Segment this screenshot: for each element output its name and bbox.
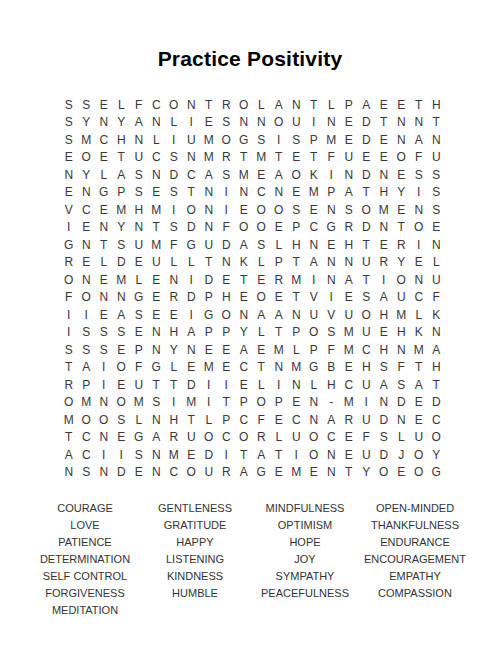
grid-cell[interactable]: V <box>60 201 78 219</box>
grid-cell[interactable]: T <box>183 411 201 429</box>
grid-cell[interactable]: N <box>393 114 411 132</box>
grid-cell[interactable]: I <box>183 114 201 132</box>
grid-cell[interactable]: G <box>148 359 166 377</box>
grid-cell[interactable]: M <box>78 131 96 149</box>
grid-cell[interactable]: I <box>95 359 113 377</box>
grid-cell[interactable]: T <box>375 114 393 132</box>
grid-cell[interactable]: I <box>165 201 183 219</box>
grid-cell[interactable]: Y <box>393 254 411 272</box>
grid-cell[interactable]: A <box>270 166 288 184</box>
grid-cell[interactable]: O <box>253 201 271 219</box>
grid-cell[interactable]: H <box>428 359 446 377</box>
grid-cell[interactable]: P <box>340 96 358 114</box>
grid-cell[interactable]: L <box>270 429 288 447</box>
grid-cell[interactable]: F <box>393 359 411 377</box>
grid-cell[interactable]: T <box>183 184 201 202</box>
grid-cell[interactable]: E <box>218 359 236 377</box>
grid-cell[interactable]: E <box>95 149 113 167</box>
grid-cell[interactable]: O <box>60 271 78 289</box>
grid-cell[interactable]: E <box>375 131 393 149</box>
grid-cell[interactable]: T <box>358 184 376 202</box>
grid-cell[interactable]: F <box>60 289 78 307</box>
grid-cell[interactable]: D <box>113 464 131 482</box>
grid-cell[interactable]: O <box>60 394 78 412</box>
grid-cell[interactable]: K <box>235 254 253 272</box>
grid-cell[interactable]: N <box>95 219 113 237</box>
grid-cell[interactable]: A <box>235 341 253 359</box>
grid-cell[interactable]: U <box>358 254 376 272</box>
grid-cell[interactable]: L <box>165 254 183 272</box>
grid-cell[interactable]: Y <box>78 114 96 132</box>
grid-cell[interactable]: G <box>183 236 201 254</box>
grid-cell[interactable]: V <box>305 289 323 307</box>
grid-cell[interactable]: I <box>305 114 323 132</box>
grid-cell[interactable]: N <box>148 341 166 359</box>
grid-cell[interactable]: U <box>288 429 306 447</box>
grid-cell[interactable]: N <box>270 359 288 377</box>
grid-cell[interactable]: S <box>375 429 393 447</box>
grid-cell[interactable]: N <box>95 394 113 412</box>
grid-cell[interactable]: E <box>235 201 253 219</box>
grid-cell[interactable]: L <box>393 429 411 447</box>
grid-cell[interactable]: S <box>165 184 183 202</box>
grid-cell[interactable]: T <box>410 96 428 114</box>
grid-cell[interactable]: S <box>375 359 393 377</box>
grid-cell[interactable]: E <box>183 359 201 377</box>
grid-cell[interactable]: O <box>78 411 96 429</box>
grid-cell[interactable]: L <box>113 96 131 114</box>
grid-cell[interactable]: M <box>148 201 166 219</box>
grid-cell[interactable]: E <box>410 411 428 429</box>
grid-cell[interactable]: E <box>340 289 358 307</box>
grid-cell[interactable]: T <box>410 359 428 377</box>
grid-cell[interactable]: M <box>165 446 183 464</box>
grid-cell[interactable]: N <box>183 341 201 359</box>
grid-cell[interactable]: P <box>270 254 288 272</box>
grid-cell[interactable]: I <box>78 306 96 324</box>
grid-cell[interactable]: A <box>60 446 78 464</box>
grid-cell[interactable]: E <box>165 306 183 324</box>
grid-cell[interactable]: O <box>253 394 271 412</box>
grid-cell[interactable]: T <box>113 149 131 167</box>
grid-cell[interactable]: T <box>165 376 183 394</box>
grid-cell[interactable]: A <box>375 289 393 307</box>
grid-cell[interactable]: R <box>340 219 358 237</box>
grid-cell[interactable]: O <box>410 464 428 482</box>
grid-cell[interactable]: I <box>410 184 428 202</box>
grid-cell[interactable]: H <box>113 131 131 149</box>
grid-cell[interactable]: E <box>340 429 358 447</box>
grid-cell[interactable]: N <box>340 254 358 272</box>
grid-cell[interactable]: N <box>375 219 393 237</box>
grid-cell[interactable]: L <box>165 114 183 132</box>
grid-cell[interactable]: S <box>253 236 271 254</box>
grid-cell[interactable]: A <box>78 359 96 377</box>
grid-cell[interactable]: G <box>305 359 323 377</box>
grid-cell[interactable]: N <box>200 201 218 219</box>
grid-cell[interactable]: C <box>78 446 96 464</box>
grid-cell[interactable]: C <box>183 166 201 184</box>
grid-cell[interactable]: G <box>200 306 218 324</box>
grid-cell[interactable]: A <box>113 306 131 324</box>
grid-cell[interactable]: N <box>235 306 253 324</box>
grid-cell[interactable]: I <box>60 324 78 342</box>
grid-cell[interactable]: U <box>358 446 376 464</box>
grid-cell[interactable]: I <box>410 236 428 254</box>
grid-cell[interactable]: N <box>95 429 113 447</box>
grid-cell[interactable]: T <box>235 446 253 464</box>
grid-cell[interactable]: M <box>288 464 306 482</box>
grid-cell[interactable]: N <box>375 394 393 412</box>
grid-cell[interactable]: E <box>113 429 131 447</box>
grid-cell[interactable]: S <box>288 131 306 149</box>
grid-cell[interactable]: G <box>130 429 148 447</box>
grid-cell[interactable]: E <box>288 184 306 202</box>
grid-cell[interactable]: U <box>130 236 148 254</box>
grid-cell[interactable]: U <box>130 376 148 394</box>
grid-cell[interactable]: N <box>200 219 218 237</box>
grid-cell[interactable]: M <box>410 341 428 359</box>
grid-cell[interactable]: F <box>165 236 183 254</box>
grid-cell[interactable]: F <box>323 341 341 359</box>
grid-cell[interactable]: R <box>218 464 236 482</box>
grid-cell[interactable]: I <box>60 219 78 237</box>
grid-cell[interactable]: E <box>113 341 131 359</box>
grid-cell[interactable]: P <box>235 394 253 412</box>
grid-cell[interactable]: L <box>95 166 113 184</box>
grid-cell[interactable]: O <box>183 201 201 219</box>
grid-cell[interactable]: T <box>288 254 306 272</box>
grid-cell[interactable]: H <box>130 201 148 219</box>
grid-cell[interactable]: E <box>253 166 271 184</box>
grid-cell[interactable]: M <box>270 341 288 359</box>
grid-cell[interactable]: T <box>305 96 323 114</box>
grid-cell[interactable]: R <box>218 149 236 167</box>
grid-cell[interactable]: S <box>95 324 113 342</box>
grid-cell[interactable]: E <box>218 341 236 359</box>
grid-cell[interactable]: P <box>113 184 131 202</box>
grid-cell[interactable]: H <box>375 341 393 359</box>
grid-cell[interactable]: I <box>218 376 236 394</box>
grid-cell[interactable]: N <box>375 166 393 184</box>
grid-cell[interactable]: S <box>410 166 428 184</box>
grid-cell[interactable]: O <box>78 289 96 307</box>
grid-cell[interactable]: A <box>130 114 148 132</box>
grid-cell[interactable]: K <box>305 166 323 184</box>
grid-cell[interactable]: C <box>95 131 113 149</box>
grid-cell[interactable]: S <box>78 464 96 482</box>
grid-cell[interactable]: M <box>305 184 323 202</box>
grid-cell[interactable]: N <box>393 341 411 359</box>
grid-cell[interactable]: S <box>218 114 236 132</box>
grid-cell[interactable]: S <box>78 341 96 359</box>
grid-cell[interactable]: O <box>358 306 376 324</box>
grid-cell[interactable]: O <box>375 464 393 482</box>
grid-cell[interactable]: L <box>253 324 271 342</box>
grid-cell[interactable]: V <box>323 306 341 324</box>
grid-cell[interactable]: N <box>393 131 411 149</box>
grid-cell[interactable]: M <box>148 236 166 254</box>
grid-cell[interactable]: A <box>270 306 288 324</box>
grid-cell[interactable]: E <box>340 359 358 377</box>
grid-cell[interactable]: S <box>60 131 78 149</box>
grid-cell[interactable]: M <box>200 131 218 149</box>
grid-cell[interactable]: L <box>200 411 218 429</box>
grid-cell[interactable]: E <box>130 254 148 272</box>
grid-cell[interactable]: T <box>200 254 218 272</box>
grid-cell[interactable]: N <box>428 324 446 342</box>
grid-cell[interactable]: F <box>253 411 271 429</box>
grid-cell[interactable]: C <box>165 464 183 482</box>
grid-cell[interactable]: I <box>183 271 201 289</box>
grid-cell[interactable]: N <box>270 184 288 202</box>
grid-cell[interactable]: O <box>95 411 113 429</box>
grid-cell[interactable]: H <box>218 289 236 307</box>
grid-cell[interactable]: N <box>148 166 166 184</box>
grid-cell[interactable]: N <box>288 96 306 114</box>
grid-cell[interactable]: D <box>358 219 376 237</box>
grid-cell[interactable]: M <box>253 149 271 167</box>
grid-cell[interactable]: T <box>60 429 78 447</box>
grid-cell[interactable]: E <box>95 96 113 114</box>
grid-cell[interactable]: T <box>60 359 78 377</box>
grid-cell[interactable]: N <box>78 184 96 202</box>
grid-cell[interactable]: S <box>60 341 78 359</box>
grid-cell[interactable]: L <box>410 306 428 324</box>
grid-cell[interactable]: I <box>323 166 341 184</box>
grid-cell[interactable]: I <box>270 131 288 149</box>
grid-cell[interactable]: O <box>78 149 96 167</box>
grid-cell[interactable]: S <box>165 219 183 237</box>
grid-cell[interactable]: U <box>305 306 323 324</box>
grid-cell[interactable]: E <box>288 394 306 412</box>
grid-cell[interactable]: N <box>200 184 218 202</box>
grid-cell[interactable]: D <box>358 114 376 132</box>
grid-cell[interactable]: U <box>358 376 376 394</box>
grid-cell[interactable]: T <box>148 376 166 394</box>
grid-cell[interactable]: S <box>253 131 271 149</box>
grid-cell[interactable]: O <box>393 271 411 289</box>
grid-cell[interactable]: E <box>270 464 288 482</box>
grid-cell[interactable]: D <box>218 236 236 254</box>
grid-cell[interactable]: E <box>113 376 131 394</box>
grid-cell[interactable]: T <box>393 219 411 237</box>
grid-cell[interactable]: E <box>270 289 288 307</box>
grid-cell[interactable]: O <box>428 429 446 447</box>
grid-cell[interactable]: E <box>375 236 393 254</box>
grid-cell[interactable]: M <box>323 131 341 149</box>
grid-cell[interactable]: L <box>95 254 113 272</box>
grid-cell[interactable]: A <box>305 254 323 272</box>
grid-cell[interactable]: I <box>305 271 323 289</box>
grid-cell[interactable]: A <box>340 271 358 289</box>
grid-cell[interactable]: H <box>393 324 411 342</box>
grid-cell[interactable]: A <box>323 411 341 429</box>
grid-cell[interactable]: N <box>130 219 148 237</box>
grid-cell[interactable]: C <box>78 429 96 447</box>
grid-cell[interactable]: I <box>95 376 113 394</box>
grid-cell[interactable]: F <box>410 149 428 167</box>
grid-cell[interactable]: D <box>183 289 201 307</box>
grid-cell[interactable]: N <box>95 289 113 307</box>
grid-cell[interactable]: R <box>253 429 271 447</box>
grid-cell[interactable]: R <box>165 289 183 307</box>
grid-cell[interactable]: O <box>200 429 218 447</box>
grid-cell[interactable]: O <box>410 446 428 464</box>
grid-cell[interactable]: D <box>200 271 218 289</box>
grid-cell[interactable]: E <box>200 341 218 359</box>
grid-cell[interactable]: N <box>410 271 428 289</box>
grid-cell[interactable]: P <box>130 341 148 359</box>
grid-cell[interactable]: N <box>323 114 341 132</box>
grid-cell[interactable]: E <box>410 394 428 412</box>
grid-cell[interactable]: S <box>95 341 113 359</box>
grid-cell[interactable]: T <box>270 149 288 167</box>
grid-cell[interactable]: T <box>288 289 306 307</box>
grid-cell[interactable]: T <box>235 149 253 167</box>
grid-cell[interactable]: N <box>113 289 131 307</box>
grid-cell[interactable]: N <box>95 464 113 482</box>
grid-cell[interactable]: T <box>270 446 288 464</box>
grid-cell[interactable]: E <box>60 184 78 202</box>
grid-cell[interactable]: L <box>253 376 271 394</box>
grid-cell[interactable]: G <box>235 131 253 149</box>
grid-cell[interactable]: R <box>393 236 411 254</box>
grid-cell[interactable]: N <box>288 306 306 324</box>
grid-cell[interactable]: S <box>60 96 78 114</box>
grid-cell[interactable]: E <box>358 149 376 167</box>
grid-cell[interactable]: E <box>323 236 341 254</box>
grid-cell[interactable]: M <box>183 394 201 412</box>
grid-cell[interactable]: C <box>358 341 376 359</box>
grid-cell[interactable]: N <box>323 464 341 482</box>
grid-cell[interactable]: I <box>270 376 288 394</box>
grid-cell[interactable]: D <box>183 219 201 237</box>
grid-cell[interactable]: N <box>323 446 341 464</box>
grid-cell[interactable]: P <box>288 219 306 237</box>
grid-cell[interactable]: O <box>235 429 253 447</box>
grid-cell[interactable]: D <box>375 446 393 464</box>
grid-cell[interactable]: S <box>113 411 131 429</box>
grid-cell[interactable]: N <box>393 411 411 429</box>
grid-cell[interactable]: H <box>428 96 446 114</box>
grid-cell[interactable]: H <box>340 236 358 254</box>
grid-cell[interactable]: E <box>183 446 201 464</box>
grid-cell[interactable]: O <box>270 201 288 219</box>
grid-cell[interactable]: C <box>340 376 358 394</box>
grid-cell[interactable]: M <box>375 201 393 219</box>
grid-cell[interactable]: C <box>288 411 306 429</box>
grid-cell[interactable]: E <box>148 271 166 289</box>
grid-cell[interactable]: Y <box>78 166 96 184</box>
grid-cell[interactable]: E <box>375 96 393 114</box>
grid-cell[interactable]: Y <box>358 464 376 482</box>
grid-cell[interactable]: S <box>428 166 446 184</box>
grid-cell[interactable]: E <box>218 271 236 289</box>
grid-cell[interactable]: P <box>200 324 218 342</box>
grid-cell[interactable]: U <box>428 149 446 167</box>
grid-cell[interactable]: F <box>358 429 376 447</box>
grid-cell[interactable]: O <box>253 289 271 307</box>
grid-cell[interactable]: E <box>270 411 288 429</box>
grid-cell[interactable]: T <box>218 394 236 412</box>
grid-cell[interactable]: A <box>235 236 253 254</box>
grid-cell[interactable]: N <box>323 201 341 219</box>
grid-cell[interactable]: U <box>130 149 148 167</box>
grid-cell[interactable]: L <box>305 376 323 394</box>
grid-cell[interactable]: A <box>270 96 288 114</box>
grid-cell[interactable]: S <box>130 184 148 202</box>
grid-cell[interactable]: M <box>340 324 358 342</box>
grid-cell[interactable]: E <box>148 306 166 324</box>
grid-cell[interactable]: A <box>235 464 253 482</box>
grid-cell[interactable]: U <box>393 289 411 307</box>
grid-cell[interactable]: S <box>148 394 166 412</box>
grid-cell[interactable]: N <box>148 411 166 429</box>
grid-cell[interactable]: A <box>375 376 393 394</box>
grid-cell[interactable]: L <box>253 254 271 272</box>
grid-cell[interactable]: C <box>218 429 236 447</box>
grid-cell[interactable]: H <box>375 184 393 202</box>
grid-cell[interactable]: M <box>78 394 96 412</box>
grid-cell[interactable]: I <box>183 306 201 324</box>
grid-cell[interactable]: N <box>323 271 341 289</box>
grid-cell[interactable]: M <box>288 271 306 289</box>
grid-cell[interactable]: A <box>148 429 166 447</box>
grid-cell[interactable]: N <box>148 446 166 464</box>
grid-cell[interactable]: S <box>428 184 446 202</box>
grid-cell[interactable]: K <box>410 324 428 342</box>
grid-cell[interactable]: D <box>375 411 393 429</box>
grid-cell[interactable]: O <box>218 306 236 324</box>
grid-cell[interactable]: A <box>253 446 271 464</box>
grid-cell[interactable]: T <box>305 149 323 167</box>
grid-cell[interactable]: O <box>218 131 236 149</box>
grid-cell[interactable]: O <box>113 359 131 377</box>
grid-cell[interactable]: H <box>288 236 306 254</box>
grid-cell[interactable]: N <box>95 114 113 132</box>
grid-cell[interactable]: S <box>60 114 78 132</box>
grid-cell[interactable]: O <box>270 114 288 132</box>
grid-cell[interactable]: Y <box>113 114 131 132</box>
grid-cell[interactable]: O <box>235 96 253 114</box>
grid-cell[interactable]: L <box>323 96 341 114</box>
grid-cell[interactable]: C <box>148 96 166 114</box>
grid-cell[interactable]: S <box>218 166 236 184</box>
grid-cell[interactable]: M <box>200 149 218 167</box>
grid-cell[interactable]: S <box>78 96 96 114</box>
grid-cell[interactable]: E <box>200 114 218 132</box>
grid-cell[interactable]: U <box>340 149 358 167</box>
grid-cell[interactable]: C <box>235 359 253 377</box>
grid-cell[interactable]: M <box>288 359 306 377</box>
grid-cell[interactable]: E <box>340 446 358 464</box>
grid-cell[interactable]: S <box>113 324 131 342</box>
grid-cell[interactable]: D <box>200 446 218 464</box>
grid-cell[interactable]: A <box>358 96 376 114</box>
grid-cell[interactable]: T <box>270 324 288 342</box>
grid-cell[interactable]: S <box>358 289 376 307</box>
grid-cell[interactable]: T <box>95 236 113 254</box>
grid-cell[interactable]: O <box>305 429 323 447</box>
grid-cell[interactable]: O <box>358 201 376 219</box>
grid-cell[interactable]: N <box>235 184 253 202</box>
grid-cell[interactable]: E <box>270 219 288 237</box>
grid-cell[interactable]: E <box>340 114 358 132</box>
grid-cell[interactable]: I <box>165 394 183 412</box>
grid-cell[interactable]: M <box>393 306 411 324</box>
grid-cell[interactable]: A <box>200 166 218 184</box>
